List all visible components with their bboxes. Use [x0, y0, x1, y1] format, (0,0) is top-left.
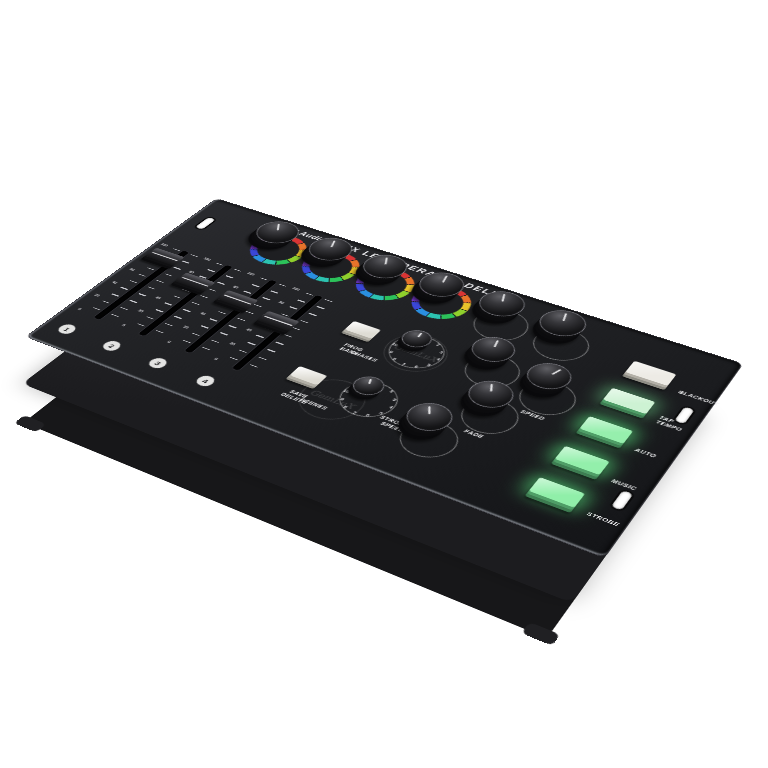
mounting-slot-left [195, 217, 216, 229]
rubber-foot [14, 415, 47, 432]
channel-number: 4 [193, 374, 218, 388]
auto-label: AUTO [633, 447, 698, 473]
knob-6[interactable] [532, 306, 594, 341]
blackout-button[interactable] [625, 361, 676, 386]
channel-number: 3 [146, 356, 170, 370]
strobe-label: STROBE [585, 511, 653, 540]
channel-number: 2 [100, 339, 124, 352]
dmx-controller: LAudioDMX LED OPERATOR DELUXE GemLuX Gem… [25, 198, 744, 558]
prog-bank-label: PROGBANK [325, 338, 378, 361]
strobe-button[interactable] [529, 477, 585, 508]
mounting-slot-right-top [674, 407, 694, 425]
mounting-slot-right-bottom [611, 490, 633, 510]
rubber-foot [521, 622, 560, 646]
tap-tempo-button[interactable] [603, 388, 655, 414]
save-delete-button[interactable] [289, 366, 327, 385]
auto-button[interactable] [579, 416, 633, 444]
save-delete-label: SAVEDELETE [269, 384, 324, 409]
prog-bank-button[interactable] [345, 321, 381, 339]
channel-number: 1 [55, 323, 79, 336]
music-button[interactable] [555, 446, 610, 475]
